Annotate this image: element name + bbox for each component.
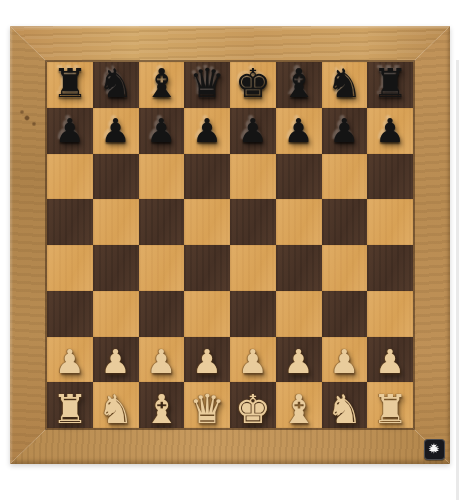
square-h7[interactable]: ♟ [367,108,413,154]
square-a1[interactable]: ♜ [47,382,93,428]
frame-top [10,26,450,62]
square-b1[interactable]: ♞ [93,382,139,428]
piece-white-pawn[interactable]: ♟ [284,345,314,378]
square-c4[interactable] [139,245,185,291]
square-h2[interactable]: ♟ [367,337,413,383]
frame-left [10,26,47,464]
piece-white-knight[interactable]: ♞ [98,389,134,429]
piece-black-knight[interactable]: ♞ [98,63,134,103]
piece-white-pawn[interactable]: ♟ [101,345,131,378]
square-b5[interactable] [93,199,139,245]
square-b2[interactable]: ♟ [93,337,139,383]
square-h5[interactable] [367,199,413,245]
square-d6[interactable] [184,154,230,200]
square-e1[interactable]: ♚ [230,382,276,428]
piece-white-king[interactable]: ♚ [235,389,271,429]
square-e6[interactable] [230,154,276,200]
square-f1[interactable]: ♝ [276,382,322,428]
square-a7[interactable]: ♟ [47,108,93,154]
square-c1[interactable]: ♝ [139,382,185,428]
piece-black-bishop[interactable]: ♝ [143,63,179,103]
square-e3[interactable] [230,291,276,337]
square-c3[interactable] [139,291,185,337]
square-d3[interactable] [184,291,230,337]
square-b4[interactable] [93,245,139,291]
square-f4[interactable] [276,245,322,291]
square-g8[interactable]: ♞ [322,62,368,108]
square-a8[interactable]: ♜ [47,62,93,108]
piece-black-pawn[interactable]: ♟ [330,114,360,147]
square-c8[interactable]: ♝ [139,62,185,108]
square-e8[interactable]: ♚ [230,62,276,108]
square-d2[interactable]: ♟ [184,337,230,383]
square-f5[interactable] [276,199,322,245]
piece-black-pawn[interactable]: ♟ [238,114,268,147]
square-d4[interactable] [184,245,230,291]
piece-black-bishop[interactable]: ♝ [281,63,317,103]
square-h6[interactable] [367,154,413,200]
square-d1[interactable]: ♛ [184,382,230,428]
square-g5[interactable] [322,199,368,245]
square-f8[interactable]: ♝ [276,62,322,108]
square-f7[interactable]: ♟ [276,108,322,154]
square-d8[interactable]: ♛ [184,62,230,108]
square-g4[interactable] [322,245,368,291]
piece-black-rook[interactable]: ♜ [52,63,88,103]
square-b6[interactable] [93,154,139,200]
piece-white-rook[interactable]: ♜ [372,389,408,429]
frame-bottom [10,428,450,464]
piece-white-queen[interactable]: ♛ [189,389,225,429]
square-b3[interactable] [93,291,139,337]
piece-black-pawn[interactable]: ♟ [55,114,85,147]
piece-black-pawn[interactable]: ♟ [192,114,222,147]
piece-black-rook[interactable]: ♜ [372,63,408,103]
frame-right [413,26,450,464]
square-g2[interactable]: ♟ [322,337,368,383]
brand-logo [424,439,445,460]
piece-white-knight[interactable]: ♞ [326,389,362,429]
piece-black-knight[interactable]: ♞ [326,63,362,103]
square-e7[interactable]: ♟ [230,108,276,154]
square-c7[interactable]: ♟ [139,108,185,154]
chess-board: ♜♞♝♛♚♝♞♜♟♟♟♟♟♟♟♟♟♟♟♟♟♟♟♟♜♞♝♛♚♝♞♜ [10,26,450,464]
square-d5[interactable] [184,199,230,245]
square-g7[interactable]: ♟ [322,108,368,154]
photo-background: ♜♞♝♛♚♝♞♜♟♟♟♟♟♟♟♟♟♟♟♟♟♟♟♟♜♞♝♛♚♝♞♜ [0,0,461,500]
square-g1[interactable]: ♞ [322,382,368,428]
piece-black-pawn[interactable]: ♟ [375,114,405,147]
square-c2[interactable]: ♟ [139,337,185,383]
piece-black-pawn[interactable]: ♟ [284,114,314,147]
square-b8[interactable]: ♞ [93,62,139,108]
piece-white-rook[interactable]: ♜ [52,389,88,429]
square-h4[interactable] [367,245,413,291]
image-edge-artifact [456,60,459,500]
square-a5[interactable] [47,199,93,245]
piece-black-queen[interactable]: ♛ [189,63,225,103]
square-a6[interactable] [47,154,93,200]
square-b7[interactable]: ♟ [93,108,139,154]
square-d7[interactable]: ♟ [184,108,230,154]
square-a2[interactable]: ♟ [47,337,93,383]
piece-white-bishop[interactable]: ♝ [143,389,179,429]
square-c5[interactable] [139,199,185,245]
piece-white-pawn[interactable]: ♟ [375,345,405,378]
piece-white-bishop[interactable]: ♝ [281,389,317,429]
square-f2[interactable]: ♟ [276,337,322,383]
square-f6[interactable] [276,154,322,200]
square-h8[interactable]: ♜ [367,62,413,108]
eagle-icon [427,442,442,457]
square-f3[interactable] [276,291,322,337]
square-a3[interactable] [47,291,93,337]
piece-white-pawn[interactable]: ♟ [55,345,85,378]
square-e5[interactable] [230,199,276,245]
piece-black-pawn[interactable]: ♟ [101,114,131,147]
piece-white-pawn[interactable]: ♟ [330,345,360,378]
piece-black-pawn[interactable]: ♟ [147,114,177,147]
piece-black-king[interactable]: ♚ [235,63,271,103]
piece-white-pawn[interactable]: ♟ [192,345,222,378]
square-g6[interactable] [322,154,368,200]
square-a4[interactable] [47,245,93,291]
square-h1[interactable]: ♜ [367,382,413,428]
square-h3[interactable] [367,291,413,337]
square-c6[interactable] [139,154,185,200]
square-e4[interactable] [230,245,276,291]
board-grid: ♜♞♝♛♚♝♞♜♟♟♟♟♟♟♟♟♟♟♟♟♟♟♟♟♜♞♝♛♚♝♞♜ [47,62,413,428]
square-e2[interactable]: ♟ [230,337,276,383]
piece-white-pawn[interactable]: ♟ [238,345,268,378]
piece-white-pawn[interactable]: ♟ [147,345,177,378]
square-g3[interactable] [322,291,368,337]
